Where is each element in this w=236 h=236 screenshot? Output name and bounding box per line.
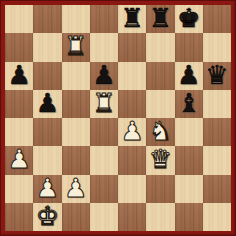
- square-h2[interactable]: [203, 175, 231, 203]
- square-b7[interactable]: [33, 33, 61, 61]
- square-g8[interactable]: ♚: [175, 5, 203, 33]
- square-d5[interactable]: ♜: [90, 90, 118, 118]
- square-d7[interactable]: [90, 33, 118, 61]
- square-c1[interactable]: [62, 203, 90, 231]
- square-d6[interactable]: ♟: [90, 62, 118, 90]
- piece-black-rook-e8[interactable]: ♜: [120, 5, 143, 31]
- square-a7[interactable]: [5, 33, 33, 61]
- square-e8[interactable]: ♜: [118, 5, 146, 33]
- square-b3[interactable]: [33, 146, 61, 174]
- board-frame: ♜♜♚♜♟♟♟♛♟♜♝♟♞♟♛♟♟♚: [0, 0, 236, 236]
- square-f7[interactable]: [146, 33, 174, 61]
- piece-black-pawn-d6[interactable]: ♟: [92, 62, 115, 88]
- square-a1[interactable]: [5, 203, 33, 231]
- piece-black-bishop-g5[interactable]: ♝: [177, 90, 200, 116]
- square-a6[interactable]: ♟: [5, 62, 33, 90]
- square-b1[interactable]: ♚: [33, 203, 61, 231]
- square-g1[interactable]: [175, 203, 203, 231]
- square-f2[interactable]: [146, 175, 174, 203]
- square-d4[interactable]: [90, 118, 118, 146]
- square-e5[interactable]: [118, 90, 146, 118]
- square-h3[interactable]: [203, 146, 231, 174]
- square-h7[interactable]: [203, 33, 231, 61]
- square-g7[interactable]: [175, 33, 203, 61]
- piece-white-king-b1[interactable]: ♚: [36, 203, 59, 229]
- square-c7[interactable]: ♜: [62, 33, 90, 61]
- square-e1[interactable]: [118, 203, 146, 231]
- square-g5[interactable]: ♝: [175, 90, 203, 118]
- square-e4[interactable]: ♟: [118, 118, 146, 146]
- piece-black-pawn-a6[interactable]: ♟: [7, 62, 30, 88]
- square-c8[interactable]: [62, 5, 90, 33]
- square-d8[interactable]: [90, 5, 118, 33]
- piece-black-queen-h6[interactable]: ♛: [205, 62, 228, 88]
- square-a5[interactable]: [5, 90, 33, 118]
- square-a2[interactable]: [5, 175, 33, 203]
- square-e2[interactable]: [118, 175, 146, 203]
- piece-white-pawn-b2[interactable]: ♟: [36, 175, 59, 201]
- square-a3[interactable]: ♟: [5, 146, 33, 174]
- square-g6[interactable]: ♟: [175, 62, 203, 90]
- square-b8[interactable]: [33, 5, 61, 33]
- square-f1[interactable]: [146, 203, 174, 231]
- square-g2[interactable]: [175, 175, 203, 203]
- square-a8[interactable]: [5, 5, 33, 33]
- square-d3[interactable]: [90, 146, 118, 174]
- square-b4[interactable]: [33, 118, 61, 146]
- square-h8[interactable]: [203, 5, 231, 33]
- square-h5[interactable]: [203, 90, 231, 118]
- piece-black-king-g8[interactable]: ♚: [177, 5, 200, 31]
- square-c6[interactable]: [62, 62, 90, 90]
- square-g4[interactable]: [175, 118, 203, 146]
- square-a4[interactable]: [5, 118, 33, 146]
- square-c5[interactable]: [62, 90, 90, 118]
- piece-white-pawn-a3[interactable]: ♟: [7, 146, 30, 172]
- square-f4[interactable]: ♞: [146, 118, 174, 146]
- square-d1[interactable]: [90, 203, 118, 231]
- square-f8[interactable]: ♜: [146, 5, 174, 33]
- square-h4[interactable]: [203, 118, 231, 146]
- piece-white-rook-c7[interactable]: ♜: [64, 33, 87, 59]
- square-f6[interactable]: [146, 62, 174, 90]
- square-e7[interactable]: [118, 33, 146, 61]
- piece-white-pawn-c2[interactable]: ♟: [64, 175, 87, 201]
- square-h1[interactable]: [203, 203, 231, 231]
- square-c2[interactable]: ♟: [62, 175, 90, 203]
- square-c3[interactable]: [62, 146, 90, 174]
- square-b2[interactable]: ♟: [33, 175, 61, 203]
- square-g3[interactable]: [175, 146, 203, 174]
- square-b5[interactable]: ♟: [33, 90, 61, 118]
- piece-black-pawn-g6[interactable]: ♟: [177, 62, 200, 88]
- square-b6[interactable]: [33, 62, 61, 90]
- square-f3[interactable]: ♛: [146, 146, 174, 174]
- square-e6[interactable]: [118, 62, 146, 90]
- square-d2[interactable]: [90, 175, 118, 203]
- piece-black-pawn-b5[interactable]: ♟: [36, 90, 59, 116]
- piece-white-queen-f3[interactable]: ♛: [149, 146, 172, 172]
- piece-white-pawn-e4[interactable]: ♟: [120, 118, 143, 144]
- piece-white-rook-d5[interactable]: ♜: [92, 90, 115, 116]
- square-e3[interactable]: [118, 146, 146, 174]
- piece-black-rook-f8[interactable]: ♜: [149, 5, 172, 31]
- square-f5[interactable]: [146, 90, 174, 118]
- square-c4[interactable]: [62, 118, 90, 146]
- square-h6[interactable]: ♛: [203, 62, 231, 90]
- piece-white-knight-f4[interactable]: ♞: [149, 118, 172, 144]
- chess-board: ♜♜♚♜♟♟♟♛♟♜♝♟♞♟♛♟♟♚: [5, 5, 231, 231]
